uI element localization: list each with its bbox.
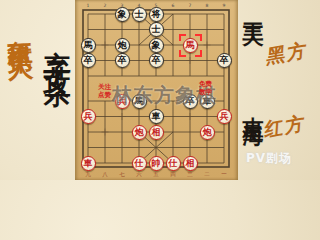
piece-red-elephant[interactable]: 相	[183, 156, 198, 171]
piece-red-soldier[interactable]: 兵	[217, 109, 232, 124]
svg-text:二: 二	[204, 171, 210, 177]
piece-red-cannon[interactable]: 炮	[200, 125, 215, 140]
red-player-name: 吉星海	[242, 100, 263, 112]
black-side-label: 黑方	[263, 38, 309, 71]
video-watermark: PV剧场	[246, 150, 292, 167]
free-teaching-annotation: 免费 教学	[199, 81, 212, 96]
piece-black-soldier[interactable]: 卒	[149, 53, 164, 68]
piece-black-soldier[interactable]: 卒	[81, 53, 96, 68]
piece-black-elephant[interactable]: 象	[115, 7, 130, 22]
piece-black-general[interactable]: 将	[149, 7, 164, 22]
svg-text:八: 八	[102, 171, 108, 178]
piece-black-horse[interactable]: 馬	[81, 38, 96, 53]
svg-text:三: 三	[187, 171, 193, 177]
svg-text:7: 7	[189, 3, 192, 8]
piece-red-cannon[interactable]: 炮	[132, 125, 147, 140]
channel-title: 象棋第一人	[5, 19, 31, 40]
piece-red-horse[interactable]: 馬	[183, 38, 198, 53]
svg-text:一: 一	[221, 171, 227, 177]
piece-red-advisor[interactable]: 仕	[166, 156, 181, 171]
piece-black-soldier[interactable]: 卒	[217, 53, 232, 68]
annotation-line: 点赞	[98, 92, 111, 100]
svg-text:九: 九	[85, 171, 91, 177]
black-player-name: 王天一	[242, 6, 263, 21]
svg-text:6: 6	[172, 3, 175, 8]
svg-text:2: 2	[104, 3, 107, 8]
svg-text:五: 五	[153, 171, 159, 177]
svg-text:六: 六	[136, 171, 142, 177]
piece-black-advisor[interactable]: 士	[149, 22, 164, 37]
svg-text:1: 1	[87, 3, 90, 8]
piece-red-elephant[interactable]: 相	[149, 125, 164, 140]
piece-black-elephant[interactable]: 象	[149, 38, 164, 53]
piece-black-advisor[interactable]: 士	[132, 7, 147, 22]
svg-text:四: 四	[170, 171, 176, 178]
piece-red-general[interactable]: 帥	[149, 156, 164, 171]
svg-text:七: 七	[119, 171, 125, 177]
piece-black-soldier[interactable]: 卒	[115, 53, 130, 68]
annotation-line: 教学	[199, 89, 212, 97]
video-frame: { "game": "xiangqi", "position": { "fen"…	[0, 0, 320, 180]
piece-red-advisor[interactable]: 仕	[132, 156, 147, 171]
piece-red-soldier[interactable]: 兵	[81, 109, 96, 124]
piece-black-chariot[interactable]: 車	[149, 109, 164, 124]
svg-text:9: 9	[223, 3, 226, 8]
svg-text:8: 8	[206, 3, 209, 8]
piece-black-cannon[interactable]: 炮	[115, 38, 130, 53]
episode-topic-title: 弃子攻杀	[44, 29, 71, 69]
piece-red-chariot[interactable]: 車	[81, 156, 96, 171]
red-side-label: 红方	[261, 111, 307, 144]
follow-like-annotation: 关注 点赞	[98, 84, 111, 99]
